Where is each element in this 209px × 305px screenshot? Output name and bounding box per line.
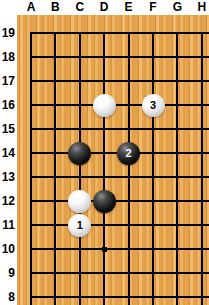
grid-line-h-8 <box>30 296 209 298</box>
row-label-18: 18 <box>0 50 15 65</box>
grid-line-v-E <box>128 32 130 305</box>
column-label-H: H <box>192 0 209 15</box>
grid-line-v-F <box>152 32 154 305</box>
grid-line-h-16 <box>30 104 209 106</box>
star-point-D10 <box>102 247 107 252</box>
grid-line-h-19 <box>30 32 209 34</box>
go-diagram: ABCDEFGH 1918171615141312111098 321 <box>0 0 209 305</box>
stone-move-number: 1 <box>77 219 83 231</box>
row-label-13: 13 <box>0 170 15 185</box>
grid-line-v-H <box>201 32 203 305</box>
row-label-14: 14 <box>0 146 15 161</box>
row-label-17: 17 <box>0 74 15 89</box>
row-label-16: 16 <box>0 98 15 113</box>
row-label-12: 12 <box>0 194 15 209</box>
row-label-8: 8 <box>0 290 15 305</box>
white-stone-C12[interactable] <box>68 190 91 213</box>
grid-line-v-B <box>54 32 56 305</box>
grid-line-h-9 <box>30 272 209 274</box>
grid-line-h-15 <box>30 128 209 130</box>
grid-line-v-C <box>79 32 81 305</box>
column-label-C: C <box>70 0 90 15</box>
column-label-E: E <box>119 0 139 15</box>
grid-line-h-12 <box>30 200 209 202</box>
row-label-9: 9 <box>0 266 15 281</box>
black-stone-C14[interactable] <box>68 142 91 165</box>
column-label-D: D <box>94 0 114 15</box>
row-label-11: 11 <box>0 218 15 233</box>
grid-line-h-18 <box>30 56 209 58</box>
row-label-10: 10 <box>0 242 15 257</box>
grid-line-h-17 <box>30 80 209 82</box>
grid-line-v-D <box>103 32 105 305</box>
row-label-15: 15 <box>0 122 15 137</box>
white-stone-C11[interactable]: 1 <box>68 214 91 237</box>
white-stone-F16[interactable]: 3 <box>142 94 165 117</box>
column-label-F: F <box>143 0 163 15</box>
grid-line-h-13 <box>30 176 209 178</box>
stone-move-number: 2 <box>126 147 132 159</box>
go-board[interactable]: 321 <box>17 15 209 305</box>
white-stone-D16[interactable] <box>93 94 116 117</box>
column-label-B: B <box>45 0 65 15</box>
stone-move-number: 3 <box>150 99 156 111</box>
black-stone-D12[interactable] <box>93 190 116 213</box>
grid-line-h-10 <box>30 248 209 250</box>
column-label-A: A <box>21 0 41 15</box>
black-stone-E14[interactable]: 2 <box>117 142 140 165</box>
row-label-19: 19 <box>0 26 15 41</box>
grid-line-v-G <box>176 32 178 305</box>
column-label-G: G <box>167 0 187 15</box>
grid-line-v-A <box>30 32 32 305</box>
grid-line-h-11 <box>30 224 209 226</box>
